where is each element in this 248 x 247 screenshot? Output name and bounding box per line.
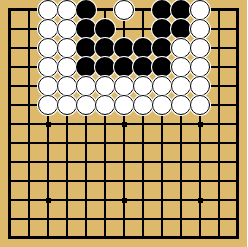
white-stone[interactable] [76,95,96,115]
board-point[interactable] [77,39,96,58]
white-stone[interactable] [190,95,210,115]
black-stone[interactable] [114,57,134,77]
white-stone[interactable] [38,38,58,58]
white-stone[interactable] [190,57,210,77]
board-point[interactable] [58,39,77,58]
black-stone[interactable] [76,38,96,58]
board-point[interactable] [39,39,58,58]
board-point[interactable] [191,20,210,39]
white-stone[interactable] [38,57,58,77]
white-stone[interactable] [57,38,77,58]
white-stone[interactable] [171,76,191,96]
board-point[interactable] [172,96,191,115]
board-point[interactable] [134,39,153,58]
white-stone[interactable] [133,95,153,115]
black-stone[interactable] [152,0,172,20]
white-stone[interactable] [171,57,191,77]
board-point[interactable] [153,96,172,115]
white-stone[interactable] [114,0,134,20]
white-stone[interactable] [38,0,58,20]
white-stone[interactable] [190,76,210,96]
black-stone[interactable] [114,38,134,58]
board-point[interactable] [58,20,77,39]
board-point[interactable] [96,58,115,77]
white-stone[interactable] [190,0,210,20]
white-stone[interactable] [95,95,115,115]
white-stone[interactable] [57,0,77,20]
board-point[interactable] [39,1,58,20]
board-point[interactable] [153,77,172,96]
black-stone[interactable] [95,38,115,58]
board-point[interactable] [172,1,191,20]
board-point[interactable] [191,1,210,20]
board-point[interactable] [77,20,96,39]
board-point[interactable] [153,20,172,39]
board-point[interactable] [39,96,58,115]
board-point[interactable] [77,58,96,77]
board-point[interactable] [96,77,115,96]
black-stone[interactable] [152,38,172,58]
white-stone[interactable] [57,57,77,77]
board-point[interactable] [58,1,77,20]
white-stone[interactable] [152,76,172,96]
stones-grid[interactable] [1,1,248,247]
board-point[interactable] [96,20,115,39]
black-stone[interactable] [171,19,191,39]
white-stone[interactable] [114,76,134,96]
white-stone[interactable] [38,76,58,96]
board-point[interactable] [39,77,58,96]
black-stone[interactable] [152,19,172,39]
white-stone[interactable] [38,95,58,115]
board-point[interactable] [115,96,134,115]
white-stone[interactable] [114,95,134,115]
black-stone[interactable] [95,19,115,39]
black-stone[interactable] [76,0,96,20]
white-stone[interactable] [190,38,210,58]
white-stone[interactable] [57,95,77,115]
board-point[interactable] [77,96,96,115]
board-point[interactable] [172,77,191,96]
board-point[interactable] [96,96,115,115]
white-stone[interactable] [57,76,77,96]
board-point[interactable] [172,20,191,39]
white-stone[interactable] [171,95,191,115]
board-point[interactable] [191,77,210,96]
board-point[interactable] [39,58,58,77]
board-point[interactable] [134,77,153,96]
board-point[interactable] [191,96,210,115]
white-stone[interactable] [171,38,191,58]
board-point[interactable] [153,58,172,77]
board-point[interactable] [115,1,134,20]
board-point[interactable] [39,20,58,39]
board-point[interactable] [191,58,210,77]
white-stone[interactable] [152,95,172,115]
board-point[interactable] [115,58,134,77]
board-point[interactable] [115,39,134,58]
white-stone[interactable] [190,19,210,39]
board-point[interactable] [115,77,134,96]
black-stone[interactable] [171,0,191,20]
board-point[interactable] [153,39,172,58]
board-point[interactable] [191,39,210,58]
board-point[interactable] [58,58,77,77]
black-stone[interactable] [95,57,115,77]
board-point[interactable] [172,58,191,77]
board-point[interactable] [77,1,96,20]
board-point[interactable] [58,96,77,115]
black-stone[interactable] [133,57,153,77]
board-point[interactable] [172,39,191,58]
goban[interactable] [0,0,247,247]
board-point[interactable] [58,77,77,96]
black-stone[interactable] [133,38,153,58]
white-stone[interactable] [133,76,153,96]
board-point[interactable] [96,39,115,58]
black-stone[interactable] [76,57,96,77]
board-point[interactable] [77,77,96,96]
white-stone[interactable] [95,76,115,96]
board-point[interactable] [134,96,153,115]
black-stone[interactable] [152,57,172,77]
board-point[interactable] [153,1,172,20]
white-stone[interactable] [57,19,77,39]
board-point[interactable] [134,58,153,77]
black-stone[interactable] [76,19,96,39]
white-stone[interactable] [76,76,96,96]
white-stone[interactable] [38,19,58,39]
